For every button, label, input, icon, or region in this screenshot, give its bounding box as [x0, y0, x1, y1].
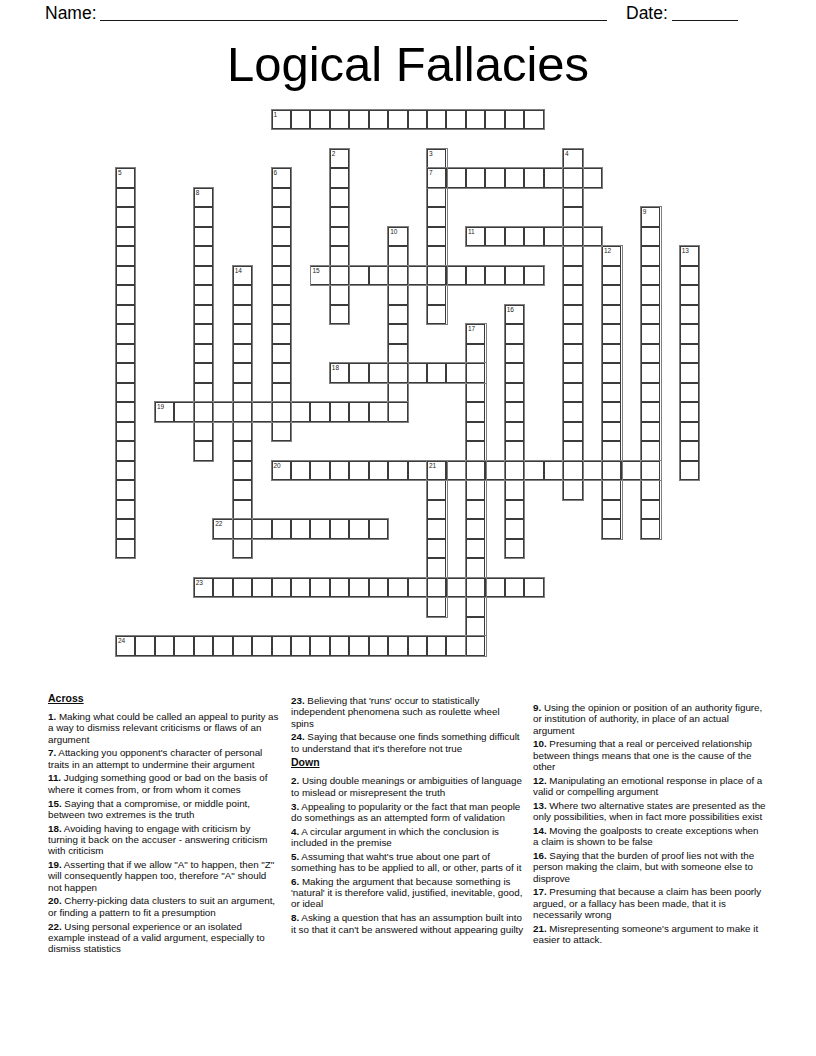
grid-cell[interactable]: 10 — [388, 227, 407, 247]
grid-cell[interactable] — [116, 500, 135, 520]
grid-cell[interactable] — [349, 266, 368, 286]
grid-cell[interactable] — [116, 246, 135, 266]
grid-cell[interactable] — [116, 422, 135, 442]
grid-cell[interactable] — [446, 578, 465, 598]
grid-cell[interactable] — [233, 344, 252, 364]
grid-cell[interactable] — [272, 636, 291, 656]
grid-cell[interactable] — [116, 188, 135, 208]
grid-cell[interactable] — [272, 324, 291, 344]
grid-cell[interactable] — [330, 519, 349, 539]
grid-cell[interactable] — [466, 519, 485, 539]
grid-cell[interactable] — [194, 422, 213, 442]
grid-cell[interactable] — [641, 227, 660, 247]
grid-cell[interactable] — [349, 578, 368, 598]
grid-cell[interactable] — [388, 383, 407, 403]
grid-cell[interactable] — [388, 305, 407, 325]
grid-cell[interactable] — [252, 636, 271, 656]
grid-cell[interactable] — [446, 636, 465, 656]
grid-cell[interactable] — [116, 383, 135, 403]
grid-cell[interactable] — [310, 636, 329, 656]
grid-cell[interactable] — [466, 344, 485, 364]
grid-cell[interactable] — [563, 285, 582, 305]
grid-cell[interactable] — [427, 363, 446, 383]
grid-cell[interactable] — [563, 246, 582, 266]
grid-cell[interactable] — [116, 324, 135, 344]
grid-cell[interactable]: 1 — [272, 110, 291, 130]
grid-cell[interactable] — [583, 227, 602, 247]
grid-cell[interactable] — [427, 519, 446, 539]
grid-cell[interactable] — [563, 383, 582, 403]
grid-cell[interactable] — [272, 266, 291, 286]
grid-cell[interactable] — [427, 285, 446, 305]
grid-cell[interactable] — [583, 168, 602, 188]
grid-cell[interactable] — [641, 246, 660, 266]
grid-cell[interactable] — [505, 480, 524, 500]
grid-cell[interactable] — [116, 480, 135, 500]
grid-cell[interactable]: 2 — [330, 149, 349, 169]
grid-cell[interactable] — [116, 207, 135, 227]
grid-cell[interactable]: 5 — [116, 168, 135, 188]
grid-cell[interactable] — [388, 344, 407, 364]
grid-cell[interactable] — [505, 324, 524, 344]
grid-cell[interactable] — [602, 422, 621, 442]
grid-cell[interactable] — [213, 636, 232, 656]
grid-cell[interactable] — [233, 285, 252, 305]
grid-cell[interactable] — [291, 519, 310, 539]
grid-cell[interactable] — [233, 539, 252, 559]
grid-cell[interactable] — [446, 266, 465, 286]
grid-cell[interactable] — [388, 461, 407, 481]
grid-cell[interactable] — [116, 227, 135, 247]
grid-cell[interactable] — [272, 305, 291, 325]
grid-cell[interactable] — [466, 558, 485, 578]
grid-cell[interactable] — [330, 110, 349, 130]
grid-cell[interactable] — [505, 266, 524, 286]
grid-cell[interactable] — [544, 461, 563, 481]
grid-cell[interactable]: 24 — [116, 636, 135, 656]
grid-cell[interactable] — [116, 539, 135, 559]
grid-cell[interactable] — [194, 285, 213, 305]
grid-cell[interactable] — [310, 519, 329, 539]
grid-cell[interactable] — [116, 461, 135, 481]
grid-cell[interactable] — [369, 636, 388, 656]
grid-cell[interactable] — [466, 168, 485, 188]
grid-cell[interactable] — [388, 363, 407, 383]
grid-cell[interactable] — [272, 246, 291, 266]
grid-cell[interactable] — [427, 227, 446, 247]
grid-cell[interactable] — [349, 461, 368, 481]
grid-cell[interactable] — [194, 324, 213, 344]
grid-cell[interactable] — [291, 578, 310, 598]
grid-cell[interactable] — [174, 402, 193, 422]
grid-cell[interactable] — [505, 441, 524, 461]
grid-cell[interactable] — [563, 441, 582, 461]
grid-cell[interactable] — [602, 324, 621, 344]
grid-cell[interactable] — [466, 266, 485, 286]
grid-cell[interactable] — [116, 519, 135, 539]
grid-cell[interactable] — [272, 285, 291, 305]
grid-cell[interactable]: 16 — [505, 305, 524, 325]
grid-cell[interactable] — [680, 305, 699, 325]
grid-cell[interactable] — [680, 285, 699, 305]
grid-cell[interactable] — [194, 344, 213, 364]
grid-cell[interactable] — [505, 422, 524, 442]
grid-cell[interactable] — [252, 402, 271, 422]
grid-cell[interactable] — [641, 363, 660, 383]
grid-cell[interactable] — [330, 227, 349, 247]
grid-cell[interactable] — [563, 207, 582, 227]
grid-cell[interactable] — [272, 578, 291, 598]
grid-cell[interactable] — [544, 168, 563, 188]
grid-cell[interactable] — [563, 227, 582, 247]
grid-cell[interactable] — [641, 441, 660, 461]
grid-cell[interactable] — [233, 402, 252, 422]
grid-cell[interactable] — [466, 636, 485, 656]
grid-cell[interactable] — [563, 168, 582, 188]
grid-cell[interactable] — [116, 305, 135, 325]
grid-cell[interactable] — [330, 207, 349, 227]
grid-cell[interactable] — [505, 383, 524, 403]
grid-cell[interactable] — [408, 461, 427, 481]
grid-cell[interactable] — [505, 363, 524, 383]
grid-cell[interactable] — [330, 266, 349, 286]
grid-cell[interactable]: 6 — [272, 168, 291, 188]
grid-cell[interactable] — [524, 578, 543, 598]
grid-cell[interactable] — [272, 188, 291, 208]
grid-cell[interactable] — [602, 402, 621, 422]
grid-cell[interactable] — [641, 344, 660, 364]
grid-cell[interactable] — [485, 461, 504, 481]
grid-cell[interactable] — [602, 500, 621, 520]
grid-cell[interactable] — [233, 636, 252, 656]
grid-cell[interactable] — [563, 402, 582, 422]
grid-cell[interactable] — [388, 110, 407, 130]
grid-cell[interactable] — [233, 422, 252, 442]
grid-cell[interactable] — [310, 578, 329, 598]
grid-cell[interactable] — [330, 285, 349, 305]
grid-cell[interactable] — [446, 461, 465, 481]
grid-cell[interactable] — [602, 519, 621, 539]
grid-cell[interactable] — [485, 266, 504, 286]
grid-cell[interactable] — [369, 266, 388, 286]
grid-cell[interactable] — [194, 207, 213, 227]
grid-cell[interactable] — [427, 578, 446, 598]
grid-cell[interactable] — [194, 305, 213, 325]
grid-cell[interactable] — [641, 402, 660, 422]
grid-cell[interactable] — [252, 519, 271, 539]
grid-cell[interactable] — [155, 636, 174, 656]
grid-cell[interactable] — [233, 324, 252, 344]
grid-cell[interactable] — [349, 363, 368, 383]
grid-cell[interactable]: 3 — [427, 149, 446, 169]
grid-cell[interactable] — [524, 461, 543, 481]
grid-cell[interactable] — [563, 324, 582, 344]
grid-cell[interactable] — [116, 344, 135, 364]
grid-cell[interactable] — [233, 383, 252, 403]
grid-cell[interactable] — [233, 519, 252, 539]
grid-cell[interactable] — [466, 422, 485, 442]
grid-cell[interactable] — [369, 363, 388, 383]
grid-cell[interactable]: 11 — [466, 227, 485, 247]
grid-cell[interactable] — [116, 285, 135, 305]
grid-cell[interactable] — [680, 402, 699, 422]
grid-cell[interactable] — [408, 636, 427, 656]
grid-cell[interactable]: 9 — [641, 207, 660, 227]
grid-cell[interactable] — [233, 578, 252, 598]
grid-cell[interactable] — [272, 227, 291, 247]
grid-cell[interactable] — [544, 227, 563, 247]
grid-cell[interactable] — [680, 344, 699, 364]
grid-cell[interactable] — [602, 266, 621, 286]
grid-cell[interactable]: 23 — [194, 578, 213, 598]
grid-cell[interactable] — [485, 168, 504, 188]
grid-cell[interactable] — [194, 441, 213, 461]
grid-cell[interactable] — [641, 480, 660, 500]
grid-cell[interactable] — [641, 519, 660, 539]
grid-cell[interactable] — [602, 441, 621, 461]
grid-cell[interactable] — [641, 500, 660, 520]
grid-cell[interactable] — [466, 597, 485, 617]
grid-cell[interactable] — [233, 461, 252, 481]
grid-cell[interactable] — [233, 500, 252, 520]
grid-cell[interactable] — [330, 168, 349, 188]
grid-cell[interactable] — [116, 363, 135, 383]
grid-cell[interactable]: 19 — [155, 402, 174, 422]
grid-cell[interactable] — [272, 207, 291, 227]
grid-cell[interactable] — [427, 539, 446, 559]
grid-cell[interactable] — [272, 344, 291, 364]
grid-cell[interactable] — [233, 363, 252, 383]
grid-cell[interactable] — [388, 285, 407, 305]
grid-cell[interactable] — [369, 578, 388, 598]
grid-cell[interactable] — [310, 461, 329, 481]
grid-cell[interactable] — [524, 110, 543, 130]
grid-cell[interactable] — [524, 168, 543, 188]
grid-cell[interactable] — [466, 539, 485, 559]
grid-cell[interactable] — [272, 363, 291, 383]
grid-cell[interactable] — [388, 636, 407, 656]
grid-cell[interactable] — [505, 110, 524, 130]
grid-cell[interactable] — [310, 402, 329, 422]
grid-cell[interactable] — [349, 636, 368, 656]
grid-cell[interactable] — [408, 578, 427, 598]
grid-cell[interactable] — [291, 402, 310, 422]
grid-cell[interactable] — [272, 519, 291, 539]
grid-cell[interactable] — [466, 617, 485, 637]
grid-cell[interactable] — [505, 519, 524, 539]
grid-cell[interactable] — [272, 402, 291, 422]
grid-cell[interactable] — [680, 422, 699, 442]
grid-cell[interactable]: 4 — [563, 149, 582, 169]
grid-cell[interactable]: 13 — [680, 246, 699, 266]
grid-cell[interactable] — [602, 285, 621, 305]
grid-cell[interactable]: 12 — [602, 246, 621, 266]
grid-cell[interactable] — [408, 363, 427, 383]
grid-cell[interactable] — [602, 363, 621, 383]
grid-cell[interactable] — [427, 500, 446, 520]
grid-cell[interactable]: 21 — [427, 461, 446, 481]
grid-cell[interactable] — [505, 500, 524, 520]
grid-cell[interactable] — [524, 227, 543, 247]
grid-cell[interactable] — [563, 305, 582, 325]
grid-cell[interactable] — [369, 519, 388, 539]
grid-cell[interactable] — [427, 266, 446, 286]
grid-cell[interactable] — [194, 266, 213, 286]
grid-cell[interactable] — [194, 246, 213, 266]
grid-cell[interactable]: 15 — [310, 266, 329, 286]
grid-cell[interactable]: 18 — [330, 363, 349, 383]
grid-cell[interactable] — [563, 344, 582, 364]
grid-cell[interactable] — [135, 636, 154, 656]
grid-cell[interactable] — [466, 461, 485, 481]
grid-cell[interactable] — [602, 383, 621, 403]
grid-cell[interactable] — [291, 461, 310, 481]
grid-cell[interactable] — [388, 266, 407, 286]
grid-cell[interactable] — [680, 441, 699, 461]
grid-cell[interactable] — [291, 636, 310, 656]
grid-cell[interactable] — [408, 110, 427, 130]
grid-cell[interactable]: 7 — [427, 168, 446, 188]
grid-cell[interactable] — [330, 461, 349, 481]
name-input-line[interactable] — [100, 20, 607, 21]
grid-cell[interactable] — [349, 110, 368, 130]
grid-cell[interactable] — [680, 383, 699, 403]
grid-cell[interactable] — [233, 441, 252, 461]
grid-cell[interactable] — [272, 383, 291, 403]
grid-cell[interactable] — [621, 461, 640, 481]
grid-cell[interactable] — [563, 422, 582, 442]
grid-cell[interactable] — [466, 402, 485, 422]
grid-cell[interactable] — [563, 188, 582, 208]
grid-cell[interactable] — [641, 461, 660, 481]
grid-cell[interactable] — [427, 110, 446, 130]
grid-cell[interactable] — [369, 110, 388, 130]
grid-cell[interactable] — [427, 305, 446, 325]
grid-cell[interactable] — [505, 578, 524, 598]
grid-cell[interactable] — [310, 110, 329, 130]
grid-cell[interactable] — [563, 363, 582, 383]
grid-cell[interactable]: 20 — [272, 461, 291, 481]
date-input-line[interactable] — [672, 20, 738, 21]
grid-cell[interactable] — [680, 266, 699, 286]
grid-cell[interactable] — [116, 402, 135, 422]
grid-cell[interactable] — [213, 578, 232, 598]
grid-cell[interactable] — [427, 480, 446, 500]
grid-cell[interactable] — [194, 383, 213, 403]
grid-cell[interactable] — [446, 110, 465, 130]
grid-cell[interactable] — [427, 207, 446, 227]
grid-cell[interactable] — [524, 266, 543, 286]
grid-cell[interactable] — [388, 324, 407, 344]
grid-cell[interactable] — [233, 480, 252, 500]
grid-cell[interactable] — [388, 402, 407, 422]
grid-cell[interactable] — [446, 168, 465, 188]
grid-cell[interactable] — [408, 266, 427, 286]
grid-cell[interactable] — [466, 441, 485, 461]
grid-cell[interactable] — [466, 480, 485, 500]
grid-cell[interactable] — [602, 461, 621, 481]
grid-cell[interactable] — [505, 227, 524, 247]
grid-cell[interactable] — [427, 597, 446, 617]
grid-cell[interactable] — [641, 266, 660, 286]
grid-cell[interactable] — [485, 578, 504, 598]
grid-cell[interactable] — [505, 168, 524, 188]
grid-cell[interactable] — [602, 305, 621, 325]
grid-cell[interactable] — [602, 344, 621, 364]
grid-cell[interactable]: 17 — [466, 324, 485, 344]
grid-cell[interactable] — [680, 324, 699, 344]
grid-cell[interactable] — [427, 188, 446, 208]
grid-cell[interactable] — [252, 578, 271, 598]
grid-cell[interactable] — [466, 578, 485, 598]
grid-cell[interactable] — [369, 461, 388, 481]
grid-cell[interactable] — [505, 402, 524, 422]
grid-cell[interactable] — [174, 636, 193, 656]
grid-cell[interactable] — [330, 305, 349, 325]
grid-cell[interactable]: 22 — [213, 519, 232, 539]
grid-cell[interactable] — [233, 305, 252, 325]
grid-cell[interactable] — [602, 480, 621, 500]
grid-cell[interactable] — [446, 363, 465, 383]
grid-cell[interactable] — [641, 305, 660, 325]
grid-cell[interactable] — [116, 441, 135, 461]
grid-cell[interactable] — [680, 461, 699, 481]
grid-cell[interactable] — [330, 246, 349, 266]
grid-cell[interactable] — [194, 636, 213, 656]
grid-cell[interactable] — [427, 558, 446, 578]
grid-cell[interactable] — [563, 461, 582, 481]
grid-cell[interactable] — [349, 519, 368, 539]
grid-cell[interactable] — [388, 578, 407, 598]
grid-cell[interactable] — [330, 636, 349, 656]
grid-cell[interactable] — [369, 402, 388, 422]
grid-cell[interactable] — [466, 383, 485, 403]
grid-cell[interactable] — [213, 402, 232, 422]
grid-cell[interactable] — [485, 227, 504, 247]
grid-cell[interactable] — [330, 578, 349, 598]
grid-cell[interactable] — [194, 402, 213, 422]
grid-cell[interactable] — [641, 324, 660, 344]
grid-cell[interactable] — [194, 227, 213, 247]
grid-cell[interactable] — [505, 539, 524, 559]
grid-cell[interactable] — [505, 344, 524, 364]
grid-cell[interactable] — [466, 500, 485, 520]
grid-cell[interactable] — [563, 480, 582, 500]
grid-cell[interactable] — [485, 110, 504, 130]
grid-cell[interactable]: 14 — [233, 266, 252, 286]
grid-cell[interactable] — [680, 363, 699, 383]
grid-cell[interactable] — [330, 188, 349, 208]
grid-cell[interactable] — [291, 110, 310, 130]
grid-cell[interactable] — [272, 422, 291, 442]
grid-cell[interactable] — [563, 266, 582, 286]
grid-cell[interactable] — [388, 246, 407, 266]
grid-cell[interactable] — [641, 285, 660, 305]
grid-cell[interactable] — [427, 246, 446, 266]
grid-cell[interactable] — [349, 402, 368, 422]
grid-cell[interactable] — [641, 383, 660, 403]
grid-cell[interactable]: 8 — [194, 188, 213, 208]
grid-cell[interactable] — [466, 363, 485, 383]
grid-cell[interactable] — [427, 636, 446, 656]
grid-cell[interactable] — [583, 461, 602, 481]
grid-cell[interactable] — [330, 402, 349, 422]
grid-cell[interactable] — [641, 422, 660, 442]
grid-cell[interactable] — [194, 363, 213, 383]
grid-cell[interactable] — [505, 461, 524, 481]
grid-cell[interactable] — [466, 110, 485, 130]
grid-cell[interactable] — [116, 266, 135, 286]
